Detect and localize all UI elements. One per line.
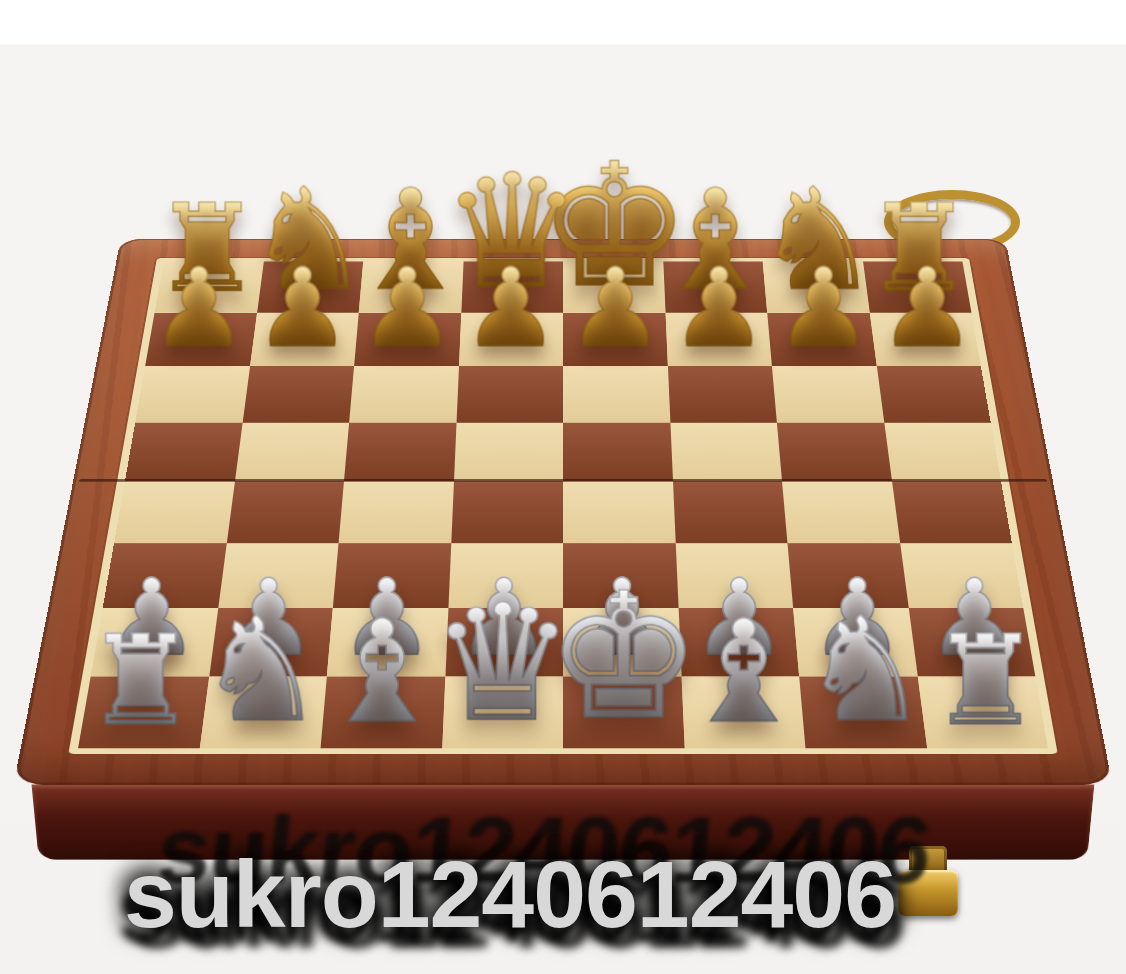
square-c5 <box>344 422 456 481</box>
square-h1: ♜ <box>917 676 1048 748</box>
piece-gold-pawn: ♟ <box>567 259 664 358</box>
piece-gold-pawn: ♟ <box>150 259 247 358</box>
square-e7: ♟ <box>563 313 667 367</box>
piece-silver-bishop: ♝ <box>681 607 808 737</box>
square-b6 <box>242 366 354 422</box>
piece-gold-pawn: ♟ <box>775 259 872 358</box>
square-g4 <box>782 481 900 543</box>
board-inner-trim: ♜♞♝♛♚♝♞♜♟♟♟♟♟♟♟♟♟♟♟♟♟♟♟♟♜♞♝♛♚♝♞♜ <box>68 258 1057 754</box>
chess-board: ♜♞♝♛♚♝♞♜♟♟♟♟♟♟♟♟♟♟♟♟♟♟♟♟♜♞♝♛♚♝♞♜ <box>14 239 1113 785</box>
piece-gold-pawn: ♟ <box>671 259 768 358</box>
square-d5 <box>453 422 563 481</box>
watermark-text: sukro1240612406 <box>124 840 896 949</box>
piece-gold-pawn: ♟ <box>463 259 560 358</box>
piece-silver-rook: ♜ <box>930 624 1041 738</box>
square-b4 <box>226 481 344 543</box>
square-g1: ♞ <box>799 676 927 748</box>
square-e5 <box>563 422 673 481</box>
board-grid: ♜♞♝♛♚♝♞♜♟♟♟♟♟♟♟♟♟♟♟♟♟♟♟♟♜♞♝♛♚♝♞♜ <box>78 261 1048 748</box>
piece-silver-king: ♚ <box>545 577 701 737</box>
square-d6 <box>456 366 563 422</box>
square-a7: ♟ <box>145 313 257 367</box>
square-a1: ♜ <box>78 676 209 748</box>
square-e1: ♚ <box>563 676 684 748</box>
board-hinge-seam <box>79 479 1048 482</box>
square-e4 <box>563 481 675 543</box>
square-c7: ♟ <box>354 313 461 367</box>
piece-silver-rook: ♜ <box>85 624 196 738</box>
square-g5 <box>777 422 892 481</box>
square-c6 <box>349 366 458 422</box>
square-b7: ♟ <box>250 313 359 367</box>
square-a6 <box>135 366 249 422</box>
square-d7: ♟ <box>459 313 563 367</box>
square-f7: ♟ <box>665 313 772 367</box>
piece-gold-pawn: ♟ <box>358 259 455 358</box>
square-h6 <box>876 366 990 422</box>
square-h5 <box>884 422 1001 481</box>
product-photo-scene: ♜♞♝♛♚♝♞♜♟♟♟♟♟♟♟♟♟♟♟♟♟♟♟♟♜♞♝♛♚♝♞♜ sukro12… <box>0 0 1126 974</box>
square-h4 <box>892 481 1012 543</box>
square-c4 <box>339 481 454 543</box>
square-f6 <box>667 366 776 422</box>
piece-silver-knight: ♞ <box>801 605 930 737</box>
square-a5 <box>125 422 242 481</box>
square-d4 <box>451 481 563 543</box>
square-f4 <box>673 481 788 543</box>
square-g6 <box>772 366 884 422</box>
piece-gold-pawn: ♟ <box>879 259 976 358</box>
square-e6 <box>563 366 670 422</box>
square-f1: ♝ <box>681 676 805 748</box>
square-h7: ♟ <box>869 313 981 367</box>
square-b1: ♞ <box>199 676 327 748</box>
piece-silver-knight: ♞ <box>197 605 326 737</box>
square-g7: ♟ <box>767 313 876 367</box>
square-a4 <box>114 481 234 543</box>
piece-silver-bishop: ♝ <box>319 607 446 737</box>
square-c1: ♝ <box>321 676 445 748</box>
piece-gold-pawn: ♟ <box>254 259 351 358</box>
square-f5 <box>670 422 782 481</box>
square-b5 <box>234 422 349 481</box>
